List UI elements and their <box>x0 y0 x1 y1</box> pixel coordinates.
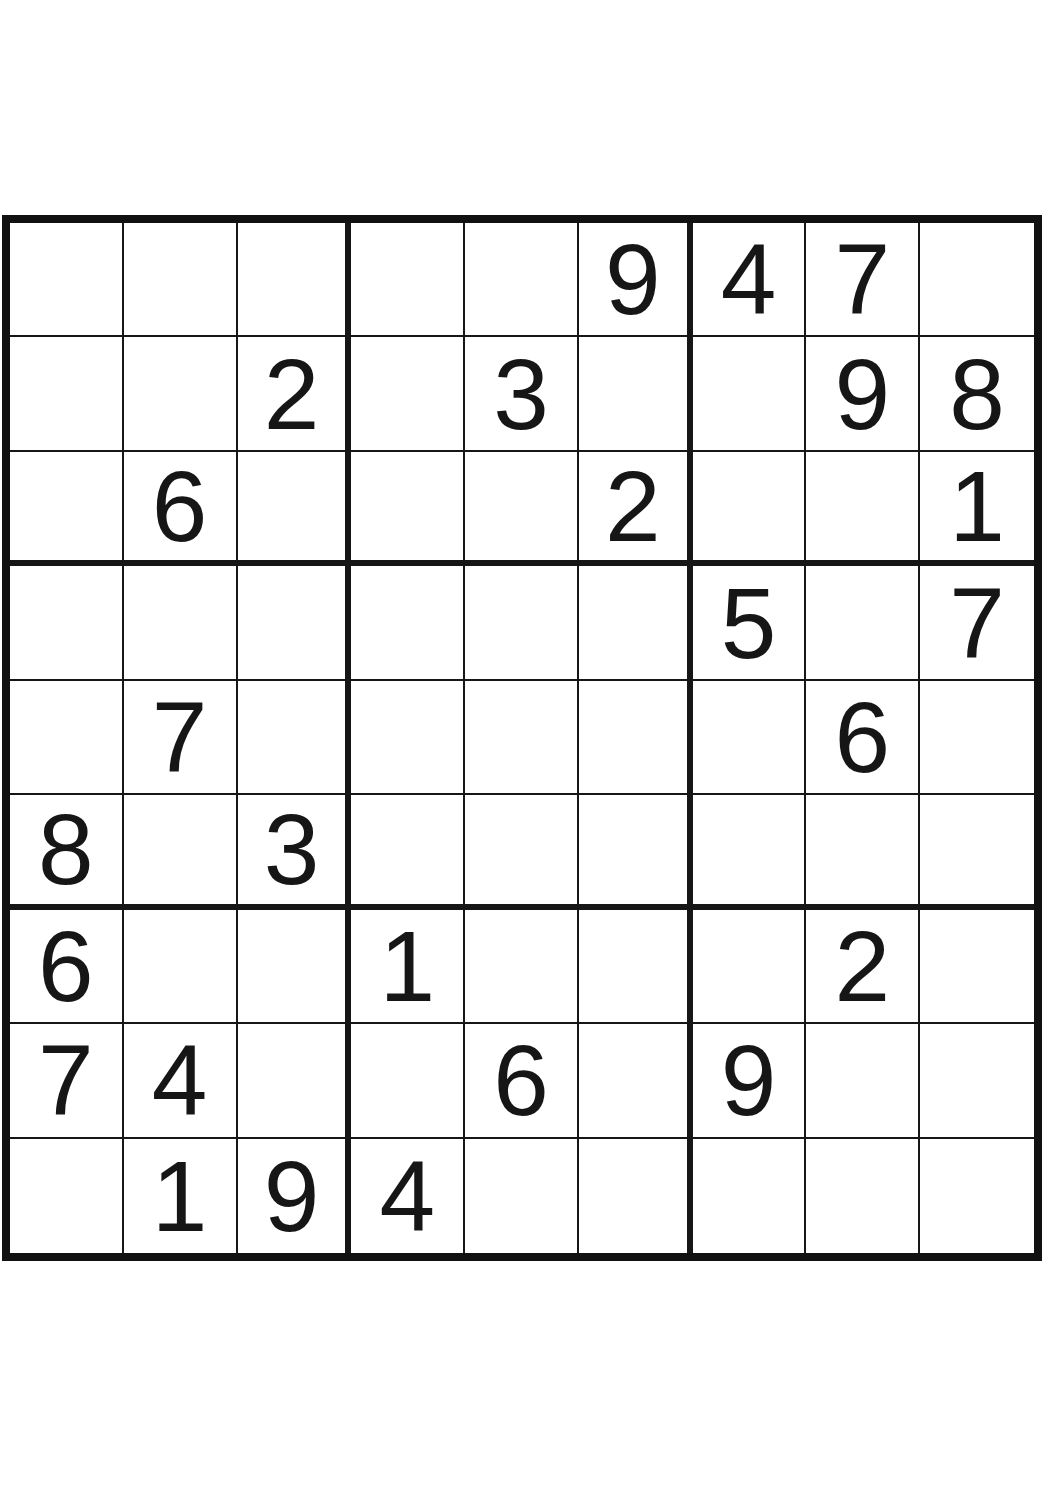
cell-r9c2[interactable]: 1 <box>124 1139 238 1253</box>
cell-r6c7[interactable] <box>693 795 807 909</box>
cell-r2c5[interactable]: 3 <box>465 337 579 451</box>
cell-r5c2[interactable]: 7 <box>124 681 238 795</box>
cell-r5c4[interactable] <box>351 681 465 795</box>
cell-r8c7[interactable]: 9 <box>693 1024 807 1138</box>
cell-r8c1[interactable]: 7 <box>10 1024 124 1138</box>
cell-r9c8[interactable] <box>806 1139 920 1253</box>
cell-r5c8[interactable]: 6 <box>806 681 920 795</box>
cell-r5c5[interactable] <box>465 681 579 795</box>
sudoku-board: 94723986215776836127469194 <box>2 215 1042 1261</box>
cell-r7c7[interactable] <box>693 910 807 1024</box>
cell-r7c3[interactable] <box>238 910 352 1024</box>
cell-r3c2[interactable]: 6 <box>124 452 238 566</box>
cell-r6c1[interactable]: 8 <box>10 795 124 909</box>
cell-r7c9[interactable] <box>920 910 1034 1024</box>
cell-r8c3[interactable] <box>238 1024 352 1138</box>
cell-r1c9[interactable] <box>920 223 1034 337</box>
cell-r2c7[interactable] <box>693 337 807 451</box>
cell-r1c4[interactable] <box>351 223 465 337</box>
cell-r8c5[interactable]: 6 <box>465 1024 579 1138</box>
cell-r5c7[interactable] <box>693 681 807 795</box>
cell-r8c8[interactable] <box>806 1024 920 1138</box>
cell-r2c1[interactable] <box>10 337 124 451</box>
cell-r5c9[interactable] <box>920 681 1034 795</box>
cell-r3c6[interactable]: 2 <box>579 452 693 566</box>
cell-r4c9[interactable]: 7 <box>920 566 1034 680</box>
cell-r7c2[interactable] <box>124 910 238 1024</box>
cell-r3c8[interactable] <box>806 452 920 566</box>
cell-r4c3[interactable] <box>238 566 352 680</box>
cell-r5c3[interactable] <box>238 681 352 795</box>
cell-r2c8[interactable]: 9 <box>806 337 920 451</box>
cell-r4c2[interactable] <box>124 566 238 680</box>
cell-r2c3[interactable]: 2 <box>238 337 352 451</box>
cell-r1c6[interactable]: 9 <box>579 223 693 337</box>
cell-r8c2[interactable]: 4 <box>124 1024 238 1138</box>
cell-r5c6[interactable] <box>579 681 693 795</box>
cell-r4c6[interactable] <box>579 566 693 680</box>
cell-r3c7[interactable] <box>693 452 807 566</box>
cell-r9c5[interactable] <box>465 1139 579 1253</box>
cell-r9c6[interactable] <box>579 1139 693 1253</box>
cell-r8c9[interactable] <box>920 1024 1034 1138</box>
cell-r1c3[interactable] <box>238 223 352 337</box>
cell-r6c5[interactable] <box>465 795 579 909</box>
cell-r7c1[interactable]: 6 <box>10 910 124 1024</box>
cell-r7c4[interactable]: 1 <box>351 910 465 1024</box>
cell-r4c8[interactable] <box>806 566 920 680</box>
cell-r3c9[interactable]: 1 <box>920 452 1034 566</box>
cell-r9c9[interactable] <box>920 1139 1034 1253</box>
cell-r4c5[interactable] <box>465 566 579 680</box>
cell-r4c1[interactable] <box>10 566 124 680</box>
cell-r3c5[interactable] <box>465 452 579 566</box>
cell-r2c4[interactable] <box>351 337 465 451</box>
cell-r1c7[interactable]: 4 <box>693 223 807 337</box>
cell-r2c2[interactable] <box>124 337 238 451</box>
cell-r5c1[interactable] <box>10 681 124 795</box>
cell-r3c1[interactable] <box>10 452 124 566</box>
cell-r4c7[interactable]: 5 <box>693 566 807 680</box>
cell-r7c6[interactable] <box>579 910 693 1024</box>
cell-r4c4[interactable] <box>351 566 465 680</box>
cell-r9c3[interactable]: 9 <box>238 1139 352 1253</box>
cell-r6c2[interactable] <box>124 795 238 909</box>
cell-r3c4[interactable] <box>351 452 465 566</box>
cell-r1c2[interactable] <box>124 223 238 337</box>
cell-r6c9[interactable] <box>920 795 1034 909</box>
cell-r3c3[interactable] <box>238 452 352 566</box>
cell-r1c1[interactable] <box>10 223 124 337</box>
cell-r7c8[interactable]: 2 <box>806 910 920 1024</box>
cell-r9c1[interactable] <box>10 1139 124 1253</box>
cell-r9c4[interactable]: 4 <box>351 1139 465 1253</box>
cell-r6c6[interactable] <box>579 795 693 909</box>
cell-r1c5[interactable] <box>465 223 579 337</box>
cell-r7c5[interactable] <box>465 910 579 1024</box>
cell-r2c6[interactable] <box>579 337 693 451</box>
cell-r2c9[interactable]: 8 <box>920 337 1034 451</box>
cell-r1c8[interactable]: 7 <box>806 223 920 337</box>
cell-r6c8[interactable] <box>806 795 920 909</box>
cell-r6c3[interactable]: 3 <box>238 795 352 909</box>
cell-r6c4[interactable] <box>351 795 465 909</box>
cell-r8c4[interactable] <box>351 1024 465 1138</box>
cell-r8c6[interactable] <box>579 1024 693 1138</box>
cell-r9c7[interactable] <box>693 1139 807 1253</box>
